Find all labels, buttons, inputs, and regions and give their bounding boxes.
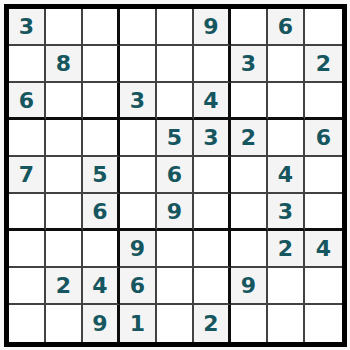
cell-r9c4[interactable]: 1 (120, 305, 157, 342)
cell-r4c1[interactable] (9, 120, 46, 157)
cell-r3c1[interactable]: 6 (9, 83, 46, 120)
cell-r6c4[interactable] (120, 194, 157, 231)
cell-r7c8[interactable]: 2 (268, 231, 305, 268)
cell-r8c5[interactable] (157, 268, 194, 305)
cell-r8c9[interactable] (305, 268, 342, 305)
cell-r9c3[interactable]: 9 (83, 305, 120, 342)
cell-r2c9[interactable]: 2 (305, 46, 342, 83)
cell-r7c7[interactable] (231, 231, 268, 268)
cell-r2c2[interactable]: 8 (46, 46, 83, 83)
cell-r9c6[interactable]: 2 (194, 305, 231, 342)
cell-r5c7[interactable] (231, 157, 268, 194)
cell-r2c6[interactable] (194, 46, 231, 83)
cell-r3c4[interactable]: 3 (120, 83, 157, 120)
cell-r6c3[interactable]: 6 (83, 194, 120, 231)
cell-r7c5[interactable] (157, 231, 194, 268)
cell-r8c2[interactable]: 2 (46, 268, 83, 305)
cell-r3c2[interactable] (46, 83, 83, 120)
cell-r2c3[interactable] (83, 46, 120, 83)
cell-r1c9[interactable] (305, 9, 342, 46)
cell-r6c7[interactable] (231, 194, 268, 231)
cell-r3c6[interactable]: 4 (194, 83, 231, 120)
cell-r6c6[interactable] (194, 194, 231, 231)
cell-r7c2[interactable] (46, 231, 83, 268)
cell-r8c7[interactable]: 9 (231, 268, 268, 305)
cell-r4c4[interactable] (120, 120, 157, 157)
cell-r2c7[interactable]: 3 (231, 46, 268, 83)
cell-r3c7[interactable] (231, 83, 268, 120)
cell-r5c3[interactable]: 5 (83, 157, 120, 194)
cell-r7c1[interactable] (9, 231, 46, 268)
cell-r2c1[interactable] (9, 46, 46, 83)
cell-r4c3[interactable] (83, 120, 120, 157)
cell-r6c2[interactable] (46, 194, 83, 231)
cell-r2c5[interactable] (157, 46, 194, 83)
cell-r1c4[interactable] (120, 9, 157, 46)
cell-r5c9[interactable] (305, 157, 342, 194)
cell-r7c3[interactable] (83, 231, 120, 268)
cell-r1c7[interactable] (231, 9, 268, 46)
cell-r4c7[interactable]: 2 (231, 120, 268, 157)
cell-r8c3[interactable]: 4 (83, 268, 120, 305)
cell-r5c5[interactable]: 6 (157, 157, 194, 194)
cell-r3c9[interactable] (305, 83, 342, 120)
sudoku-page: 396832634532675646939242469912 (0, 0, 350, 350)
cell-r5c8[interactable]: 4 (268, 157, 305, 194)
cell-r4c2[interactable] (46, 120, 83, 157)
cell-r6c1[interactable] (9, 194, 46, 231)
cell-r3c3[interactable] (83, 83, 120, 120)
cell-r8c8[interactable] (268, 268, 305, 305)
cell-r5c1[interactable]: 7 (9, 157, 46, 194)
cell-r3c8[interactable] (268, 83, 305, 120)
cell-r4c5[interactable]: 5 (157, 120, 194, 157)
cell-r1c6[interactable]: 9 (194, 9, 231, 46)
cell-r4c6[interactable]: 3 (194, 120, 231, 157)
cell-r8c6[interactable] (194, 268, 231, 305)
cell-r1c5[interactable] (157, 9, 194, 46)
cell-r1c1[interactable]: 3 (9, 9, 46, 46)
cell-r6c8[interactable]: 3 (268, 194, 305, 231)
cell-r1c2[interactable] (46, 9, 83, 46)
cell-r7c9[interactable]: 4 (305, 231, 342, 268)
cell-r5c2[interactable] (46, 157, 83, 194)
cell-r4c8[interactable] (268, 120, 305, 157)
cell-r7c4[interactable]: 9 (120, 231, 157, 268)
cell-r7c6[interactable] (194, 231, 231, 268)
cell-r1c8[interactable]: 6 (268, 9, 305, 46)
cell-r6c9[interactable] (305, 194, 342, 231)
cell-r6c5[interactable]: 9 (157, 194, 194, 231)
cell-r9c8[interactable] (268, 305, 305, 342)
cell-r3c5[interactable] (157, 83, 194, 120)
cell-r1c3[interactable] (83, 9, 120, 46)
cell-r4c9[interactable]: 6 (305, 120, 342, 157)
cell-r9c1[interactable] (9, 305, 46, 342)
cell-r5c4[interactable] (120, 157, 157, 194)
sudoku-board: 396832634532675646939242469912 (4, 4, 347, 347)
cell-r9c7[interactable] (231, 305, 268, 342)
cell-r9c2[interactable] (46, 305, 83, 342)
cell-r2c4[interactable] (120, 46, 157, 83)
cell-r2c8[interactable] (268, 46, 305, 83)
cell-r8c1[interactable] (9, 268, 46, 305)
cell-r5c6[interactable] (194, 157, 231, 194)
cell-r9c5[interactable] (157, 305, 194, 342)
cell-r8c4[interactable]: 6 (120, 268, 157, 305)
cell-r9c9[interactable] (305, 305, 342, 342)
